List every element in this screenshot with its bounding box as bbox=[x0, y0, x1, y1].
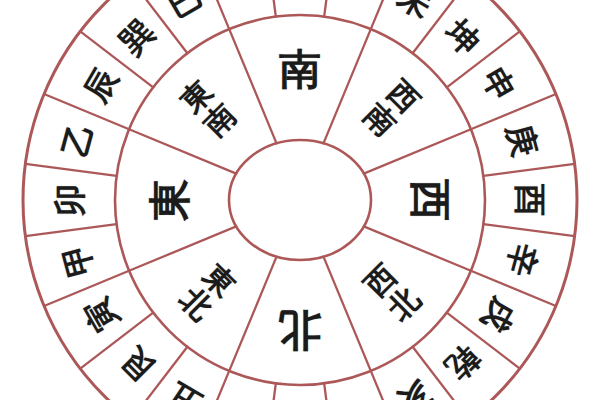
inner-direction-label-west: 西 bbox=[409, 179, 451, 221]
inner-direction-label-north: 北 bbox=[279, 309, 321, 351]
inner-direction-char: 南 bbox=[279, 45, 321, 94]
inner-direction-char: 西 bbox=[406, 179, 455, 221]
inner-direction-char: 東 bbox=[145, 179, 194, 221]
outer-mountain-label-you: 酉 bbox=[514, 184, 546, 216]
inner-direction-label-south: 南 bbox=[279, 49, 321, 91]
inner-direction-char: 北 bbox=[279, 306, 321, 355]
inner-direction-label-east: 東 bbox=[149, 179, 191, 221]
outer-mountain-label-mao: 卯 bbox=[54, 184, 86, 216]
compass-wheel: 南西南西西北北東北東東南午丁未坤申庚酉辛戌乾亥壬子癸丑艮寅甲卯乙辰巽巳丙 bbox=[0, 0, 600, 400]
